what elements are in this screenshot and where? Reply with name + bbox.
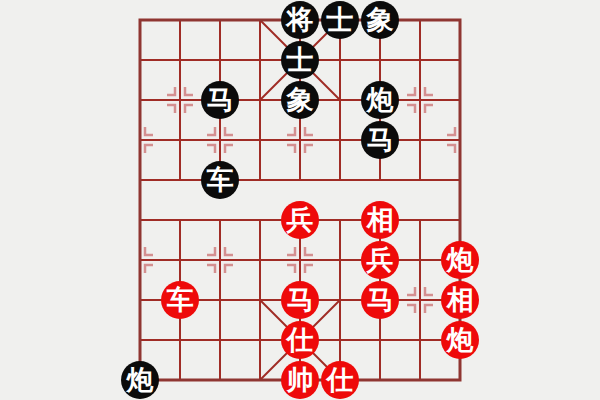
black-horse-piece[interactable]: 马 xyxy=(201,81,239,119)
piece-glyph: 马 xyxy=(367,126,394,153)
xiangqi-board: 将士象士马象炮马车炮兵相兵炮车马马相仕炮帅仕 xyxy=(0,0,600,400)
black-elephant-piece[interactable]: 象 xyxy=(361,1,399,39)
red-horse-piece[interactable]: 马 xyxy=(281,281,319,319)
pieces-layer: 将士象士马象炮马车炮兵相兵炮车马马相仕炮帅仕 xyxy=(0,0,600,400)
piece-glyph: 车 xyxy=(207,166,234,193)
piece-glyph: 士 xyxy=(287,46,314,73)
black-elephant-piece[interactable]: 象 xyxy=(281,81,319,119)
piece-glyph: 士 xyxy=(327,6,354,33)
red-advisor-piece[interactable]: 仕 xyxy=(321,361,359,399)
black-general-piece[interactable]: 将 xyxy=(281,1,319,39)
red-cannon-piece[interactable]: 炮 xyxy=(441,241,479,279)
black-cannon-piece[interactable]: 炮 xyxy=(361,81,399,119)
black-chariot-piece[interactable]: 车 xyxy=(201,161,239,199)
piece-glyph: 仕 xyxy=(287,326,314,353)
piece-glyph: 相 xyxy=(367,206,394,233)
red-pawn-piece[interactable]: 兵 xyxy=(281,201,319,239)
red-elephant-piece[interactable]: 相 xyxy=(441,281,479,319)
black-horse-piece[interactable]: 马 xyxy=(361,121,399,159)
black-cannon-piece[interactable]: 炮 xyxy=(121,361,159,399)
piece-glyph: 马 xyxy=(367,286,394,313)
red-pawn-piece[interactable]: 兵 xyxy=(361,241,399,279)
piece-glyph: 炮 xyxy=(447,246,474,273)
red-horse-piece[interactable]: 马 xyxy=(361,281,399,319)
red-cannon-piece[interactable]: 炮 xyxy=(441,321,479,359)
black-advisor-piece[interactable]: 士 xyxy=(321,1,359,39)
piece-glyph: 仕 xyxy=(327,366,354,393)
piece-glyph: 将 xyxy=(287,6,314,33)
piece-glyph: 马 xyxy=(287,286,314,313)
piece-glyph: 兵 xyxy=(287,206,314,233)
piece-glyph: 象 xyxy=(367,6,394,33)
piece-glyph: 炮 xyxy=(367,86,394,113)
piece-glyph: 帅 xyxy=(287,366,314,393)
piece-glyph: 炮 xyxy=(447,326,474,353)
red-general-piece[interactable]: 帅 xyxy=(281,361,319,399)
black-advisor-piece[interactable]: 士 xyxy=(281,41,319,79)
piece-glyph: 马 xyxy=(207,86,234,113)
red-elephant-piece[interactable]: 相 xyxy=(361,201,399,239)
red-advisor-piece[interactable]: 仕 xyxy=(281,321,319,359)
piece-glyph: 相 xyxy=(447,286,474,313)
piece-glyph: 兵 xyxy=(367,246,394,273)
piece-glyph: 象 xyxy=(287,86,314,113)
red-chariot-piece[interactable]: 车 xyxy=(161,281,199,319)
piece-glyph: 炮 xyxy=(127,366,154,393)
piece-glyph: 车 xyxy=(167,286,194,313)
